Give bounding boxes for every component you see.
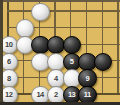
stone-white[interactable] [31, 3, 49, 21]
stone-white-move-8[interactable]: 8 [0, 69, 18, 87]
stone-move-number: 5 [70, 58, 74, 66]
stone-move-number: 14 [36, 91, 43, 99]
board-horizontal-line [7, 10, 120, 11]
board-vertical-line [102, 2, 103, 95]
stone-move-number: 11 [84, 91, 91, 99]
image-border-left [0, 0, 3, 105]
board-vertical-line [117, 2, 118, 95]
stone-move-number: 10 [5, 41, 12, 49]
stone-move-number: 6 [7, 58, 11, 66]
go-diagram: 1065849121421311 [0, 0, 120, 105]
image-border-top [0, 0, 120, 2]
image-border-bottom [0, 102, 120, 106]
stone-move-number: 9 [85, 75, 89, 83]
stone-black-move-9[interactable]: 9 [78, 69, 96, 87]
stone-move-number: 8 [7, 75, 11, 83]
stone-move-number: 4 [54, 75, 58, 83]
stone-move-number: 13 [68, 91, 75, 99]
stone-move-number: 2 [54, 91, 58, 99]
stone-black[interactable] [94, 53, 112, 71]
stone-move-number: 12 [5, 91, 12, 99]
stone-black[interactable] [63, 36, 81, 54]
